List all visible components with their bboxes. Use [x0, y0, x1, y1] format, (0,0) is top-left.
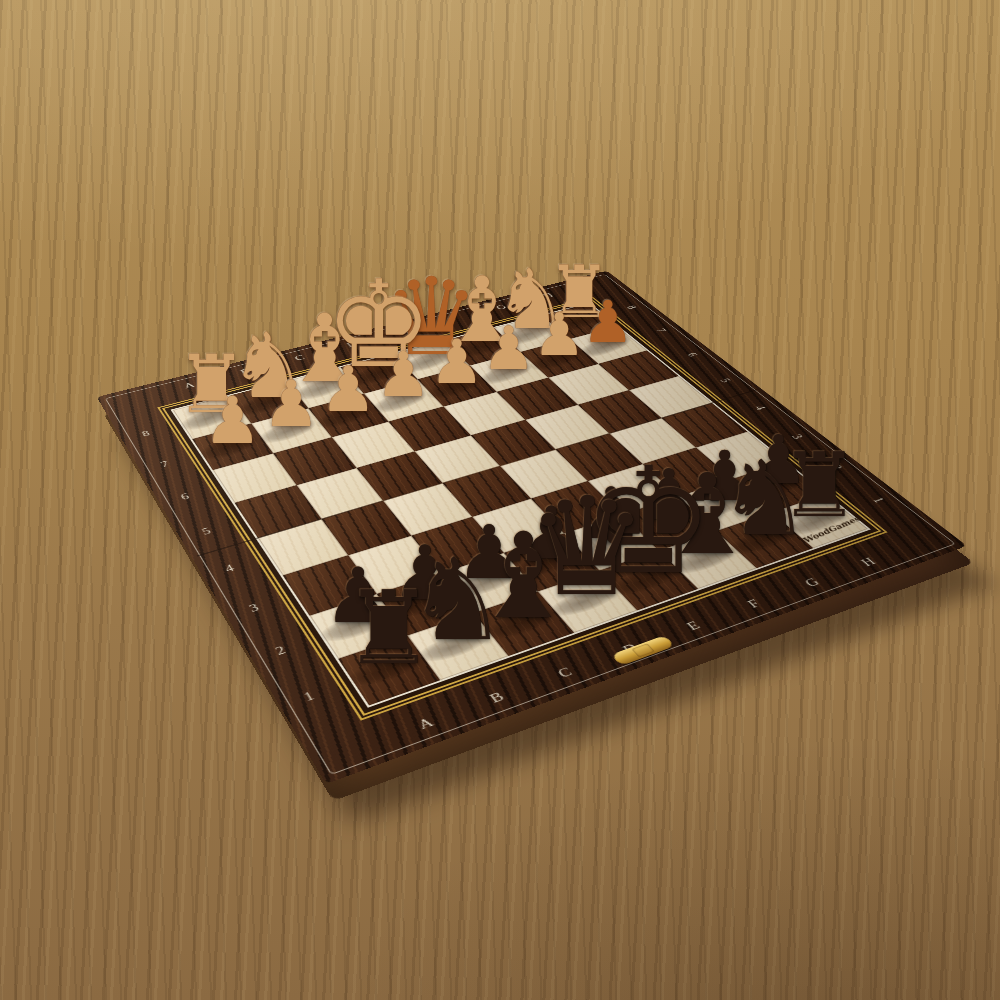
rank-label-8: 8: [128, 417, 165, 452]
white-pawn-g7[interactable]: ♟: [533, 305, 586, 364]
rank-label-2: 2: [256, 626, 306, 678]
white-pawn-e7[interactable]: ♟: [430, 331, 485, 392]
white-pawn-c7[interactable]: ♟: [320, 358, 376, 421]
rank-label-3: 3: [231, 585, 278, 633]
rank-label-5: 5: [186, 511, 229, 553]
file-label-h: H: [835, 547, 902, 577]
rank-label-1: 1: [283, 670, 336, 726]
rank-label-6: 6: [165, 478, 206, 517]
black-rook-a1[interactable]: ♜: [343, 579, 434, 680]
file-label-e: E: [657, 609, 730, 643]
file-label-g: G: [778, 567, 847, 598]
rank-label-6: 6: [663, 344, 720, 365]
file-label-f: F: [719, 588, 790, 621]
white-pawn-d7[interactable]: ♟: [376, 344, 432, 406]
rank-label-5: 5: [695, 370, 754, 392]
white-pawn-f7[interactable]: ♟: [482, 318, 536, 378]
white-pawn-a7[interactable]: ♟: [203, 388, 261, 453]
rank-label-4: 4: [729, 396, 789, 420]
photo-scene: ABCDEFGH ABCDEFGH 87654321 87654321 Wood…: [0, 0, 1000, 1000]
white-pawn-h7[interactable]: ♟: [582, 293, 634, 351]
rank-label-7: 7: [146, 446, 185, 483]
rank-label-7: 7: [632, 321, 688, 341]
rank-label-4: 4: [208, 547, 253, 592]
white-pawn-b7[interactable]: ♟: [263, 373, 320, 437]
